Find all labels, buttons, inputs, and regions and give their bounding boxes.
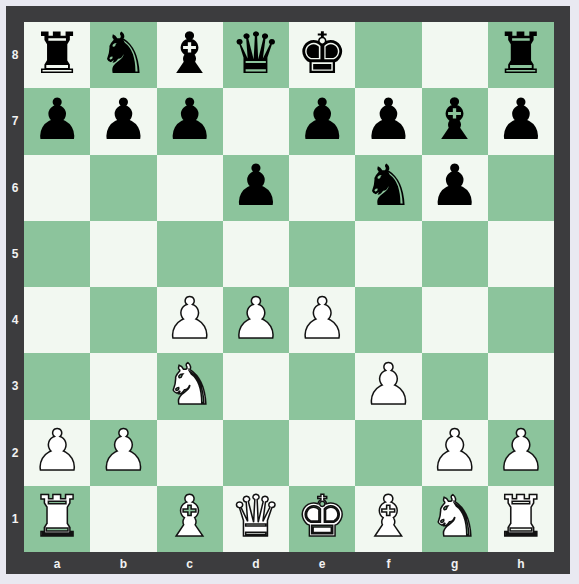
square-b8[interactable]: ♞ xyxy=(90,22,156,88)
file-label-d: d xyxy=(223,553,289,574)
square-e3[interactable] xyxy=(289,353,355,419)
rank-label-1: 1 xyxy=(6,486,24,552)
square-e8[interactable]: ♚ xyxy=(289,22,355,88)
rank-label-8: 8 xyxy=(6,22,24,88)
square-b7[interactable]: ♟ xyxy=(90,88,156,154)
piece-white-knight[interactable]: ♞ xyxy=(429,488,480,545)
file-label-e: e xyxy=(289,553,355,574)
square-f2[interactable] xyxy=(355,420,421,486)
square-h1[interactable]: ♜ xyxy=(488,486,554,552)
piece-white-pawn[interactable]: ♟ xyxy=(297,290,348,347)
rank-label-6: 6 xyxy=(6,155,24,221)
square-h8[interactable]: ♜ xyxy=(488,22,554,88)
square-a3[interactable] xyxy=(24,353,90,419)
square-g1[interactable]: ♞ xyxy=(422,486,488,552)
square-b4[interactable] xyxy=(90,287,156,353)
square-b3[interactable] xyxy=(90,353,156,419)
square-g3[interactable] xyxy=(422,353,488,419)
square-e2[interactable] xyxy=(289,420,355,486)
square-c8[interactable]: ♝ xyxy=(157,22,223,88)
piece-black-queen[interactable]: ♛ xyxy=(230,25,281,82)
file-label-b: b xyxy=(90,553,156,574)
piece-black-knight[interactable]: ♞ xyxy=(98,25,149,82)
piece-black-pawn[interactable]: ♟ xyxy=(230,157,281,214)
square-h3[interactable] xyxy=(488,353,554,419)
square-c2[interactable] xyxy=(157,420,223,486)
square-g4[interactable] xyxy=(422,287,488,353)
file-label-g: g xyxy=(422,553,488,574)
square-e1[interactable]: ♚ xyxy=(289,486,355,552)
square-h6[interactable] xyxy=(488,155,554,221)
piece-black-pawn[interactable]: ♟ xyxy=(429,157,480,214)
piece-white-pawn[interactable]: ♟ xyxy=(98,422,149,479)
square-a8[interactable]: ♜ xyxy=(24,22,90,88)
square-f6[interactable]: ♞ xyxy=(355,155,421,221)
rank-labels: 87654321 xyxy=(6,22,24,552)
piece-black-pawn[interactable]: ♟ xyxy=(297,91,348,148)
piece-black-bishop[interactable]: ♝ xyxy=(429,91,480,148)
piece-black-king[interactable]: ♚ xyxy=(297,25,348,82)
square-e6[interactable] xyxy=(289,155,355,221)
piece-white-bishop[interactable]: ♝ xyxy=(363,488,414,545)
square-d1[interactable]: ♛ xyxy=(223,486,289,552)
square-a1[interactable]: ♜ xyxy=(24,486,90,552)
piece-black-knight[interactable]: ♞ xyxy=(363,157,414,214)
square-f4[interactable] xyxy=(355,287,421,353)
piece-black-rook[interactable]: ♜ xyxy=(495,25,546,82)
piece-black-pawn[interactable]: ♟ xyxy=(363,91,414,148)
board-frame: 87654321 ♜♞♝♛♚♜♟♟♟♟♟♝♟♟♞♟♟♟♟♞♟♟♟♟♟♜♝♛♚♝♞… xyxy=(6,6,570,574)
square-e4[interactable]: ♟ xyxy=(289,287,355,353)
piece-black-bishop[interactable]: ♝ xyxy=(164,25,215,82)
piece-black-pawn[interactable]: ♟ xyxy=(164,91,215,148)
chess-board: ♜♞♝♛♚♜♟♟♟♟♟♝♟♟♞♟♟♟♟♞♟♟♟♟♟♜♝♛♚♝♞♜ xyxy=(24,22,554,552)
piece-black-pawn[interactable]: ♟ xyxy=(495,91,546,148)
piece-white-pawn[interactable]: ♟ xyxy=(230,290,281,347)
piece-white-pawn[interactable]: ♟ xyxy=(429,422,480,479)
square-b5[interactable] xyxy=(90,221,156,287)
square-e5[interactable] xyxy=(289,221,355,287)
square-b6[interactable] xyxy=(90,155,156,221)
square-d8[interactable]: ♛ xyxy=(223,22,289,88)
file-label-f: f xyxy=(355,553,421,574)
piece-white-king[interactable]: ♚ xyxy=(297,488,348,545)
square-a6[interactable] xyxy=(24,155,90,221)
piece-white-rook[interactable]: ♜ xyxy=(32,488,83,545)
square-f5[interactable] xyxy=(355,221,421,287)
square-h4[interactable] xyxy=(488,287,554,353)
square-a2[interactable]: ♟ xyxy=(24,420,90,486)
rank-label-4: 4 xyxy=(6,287,24,353)
square-h2[interactable]: ♟ xyxy=(488,420,554,486)
square-f7[interactable]: ♟ xyxy=(355,88,421,154)
square-a4[interactable] xyxy=(24,287,90,353)
square-a7[interactable]: ♟ xyxy=(24,88,90,154)
square-d3[interactable] xyxy=(223,353,289,419)
square-g5[interactable] xyxy=(422,221,488,287)
square-h7[interactable]: ♟ xyxy=(488,88,554,154)
square-c7[interactable]: ♟ xyxy=(157,88,223,154)
square-h5[interactable] xyxy=(488,221,554,287)
square-g8[interactable] xyxy=(422,22,488,88)
rank-label-2: 2 xyxy=(6,420,24,486)
file-label-h: h xyxy=(488,553,554,574)
piece-white-bishop[interactable]: ♝ xyxy=(164,488,215,545)
square-d5[interactable] xyxy=(223,221,289,287)
piece-white-pawn[interactable]: ♟ xyxy=(164,290,215,347)
square-c5[interactable] xyxy=(157,221,223,287)
piece-white-knight[interactable]: ♞ xyxy=(164,356,215,413)
square-f8[interactable] xyxy=(355,22,421,88)
square-e7[interactable]: ♟ xyxy=(289,88,355,154)
rank-label-3: 3 xyxy=(6,353,24,419)
square-g7[interactable]: ♝ xyxy=(422,88,488,154)
square-g6[interactable]: ♟ xyxy=(422,155,488,221)
square-f3[interactable]: ♟ xyxy=(355,353,421,419)
file-label-c: c xyxy=(157,553,223,574)
square-c1[interactable]: ♝ xyxy=(157,486,223,552)
square-c4[interactable]: ♟ xyxy=(157,287,223,353)
rank-label-7: 7 xyxy=(6,88,24,154)
square-d7[interactable] xyxy=(223,88,289,154)
piece-white-pawn[interactable]: ♟ xyxy=(495,422,546,479)
piece-white-pawn[interactable]: ♟ xyxy=(363,356,414,413)
square-f1[interactable]: ♝ xyxy=(355,486,421,552)
file-label-a: a xyxy=(24,553,90,574)
square-d2[interactable] xyxy=(223,420,289,486)
square-b1[interactable] xyxy=(90,486,156,552)
square-d4[interactable]: ♟ xyxy=(223,287,289,353)
piece-black-rook[interactable]: ♜ xyxy=(32,25,83,82)
file-labels: abcdefgh xyxy=(24,553,554,574)
rank-label-5: 5 xyxy=(6,221,24,287)
square-c6[interactable] xyxy=(157,155,223,221)
square-b2[interactable]: ♟ xyxy=(90,420,156,486)
square-d6[interactable]: ♟ xyxy=(223,155,289,221)
piece-white-pawn[interactable]: ♟ xyxy=(32,422,83,479)
square-a5[interactable] xyxy=(24,221,90,287)
piece-black-pawn[interactable]: ♟ xyxy=(32,91,83,148)
piece-white-rook[interactable]: ♜ xyxy=(495,488,546,545)
piece-white-queen[interactable]: ♛ xyxy=(230,488,281,545)
piece-black-pawn[interactable]: ♟ xyxy=(98,91,149,148)
square-c3[interactable]: ♞ xyxy=(157,353,223,419)
square-g2[interactable]: ♟ xyxy=(422,420,488,486)
